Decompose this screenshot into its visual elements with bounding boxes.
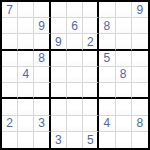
cell-r8c6-empty[interactable] — [83, 116, 99, 132]
cell-r7c4-empty[interactable] — [51, 99, 67, 115]
cell-r1c1-given: 7 — [2, 2, 18, 18]
cell-r6c3-empty[interactable] — [34, 83, 50, 99]
cell-r7c6-empty[interactable] — [83, 99, 99, 115]
cell-r5c4-empty[interactable] — [51, 67, 67, 83]
cell-r8c1-given: 2 — [2, 116, 18, 132]
cell-r2c9-empty[interactable] — [132, 18, 148, 34]
cell-r1c8-empty[interactable] — [116, 2, 132, 18]
cell-r9c2-empty[interactable] — [18, 132, 34, 148]
cell-r4c2-empty[interactable] — [18, 51, 34, 67]
cell-r6c4-empty[interactable] — [51, 83, 67, 99]
cell-r4c8-empty[interactable] — [116, 51, 132, 67]
cell-r7c5-empty[interactable] — [67, 99, 83, 115]
cell-r7c2-empty[interactable] — [18, 99, 34, 115]
cell-r5c5-empty[interactable] — [67, 67, 83, 83]
cell-r2c3-given: 9 — [34, 18, 50, 34]
cell-r3c1-empty[interactable] — [2, 34, 18, 50]
cell-r3c4-given: 9 — [51, 34, 67, 50]
cell-r5c1-empty[interactable] — [2, 67, 18, 83]
cell-r1c5-empty[interactable] — [67, 2, 83, 18]
cell-r1c4-empty[interactable] — [51, 2, 67, 18]
cell-r8c2-empty[interactable] — [18, 116, 34, 132]
cell-r5c7-empty[interactable] — [99, 67, 115, 83]
cell-r2c8-empty[interactable] — [116, 18, 132, 34]
cell-r3c8-empty[interactable] — [116, 34, 132, 50]
cell-r6c7-empty[interactable] — [99, 83, 115, 99]
cell-r9c8-empty[interactable] — [116, 132, 132, 148]
cell-r7c8-empty[interactable] — [116, 99, 132, 115]
cell-r9c7-empty[interactable] — [99, 132, 115, 148]
cell-r2c1-empty[interactable] — [2, 18, 18, 34]
cell-r2c7-given: 8 — [99, 18, 115, 34]
cell-r4c6-empty[interactable] — [83, 51, 99, 67]
cell-r4c9-empty[interactable] — [132, 51, 148, 67]
cell-r4c5-empty[interactable] — [67, 51, 83, 67]
cell-r7c3-empty[interactable] — [34, 99, 50, 115]
cell-r1c3-empty[interactable] — [34, 2, 50, 18]
cell-r4c4-empty[interactable] — [51, 51, 67, 67]
cell-r1c7-empty[interactable] — [99, 2, 115, 18]
cell-r1c6-empty[interactable] — [83, 2, 99, 18]
cell-r9c3-empty[interactable] — [34, 132, 50, 148]
cell-r6c9-empty[interactable] — [132, 83, 148, 99]
cell-r9c5-empty[interactable] — [67, 132, 83, 148]
cell-r5c8-given: 8 — [116, 67, 132, 83]
cell-r6c8-empty[interactable] — [116, 83, 132, 99]
cell-r2c2-empty[interactable] — [18, 18, 34, 34]
cell-r3c7-empty[interactable] — [99, 34, 115, 50]
cell-r9c4-given: 3 — [51, 132, 67, 148]
cell-r2c4-empty[interactable] — [51, 18, 67, 34]
cell-r9c9-empty[interactable] — [132, 132, 148, 148]
cell-r8c9-given: 8 — [132, 116, 148, 132]
cell-r6c2-empty[interactable] — [18, 83, 34, 99]
cell-r2c6-empty[interactable] — [83, 18, 99, 34]
cell-r3c2-empty[interactable] — [18, 34, 34, 50]
cell-r1c9-given: 9 — [132, 2, 148, 18]
cell-r3c5-empty[interactable] — [67, 34, 83, 50]
cell-r8c3-given: 3 — [34, 116, 50, 132]
cell-r5c6-empty[interactable] — [83, 67, 99, 83]
cell-r6c1-empty[interactable] — [2, 83, 18, 99]
cell-r2c5-given: 6 — [67, 18, 83, 34]
cell-r1c2-empty[interactable] — [18, 2, 34, 18]
cell-r3c9-empty[interactable] — [132, 34, 148, 50]
cell-r9c6-given: 5 — [83, 132, 99, 148]
cell-r3c3-empty[interactable] — [34, 34, 50, 50]
cell-r9c1-empty[interactable] — [2, 132, 18, 148]
cell-r7c9-empty[interactable] — [132, 99, 148, 115]
cell-r6c5-empty[interactable] — [67, 83, 83, 99]
cell-r7c1-empty[interactable] — [2, 99, 18, 115]
cell-r8c5-empty[interactable] — [67, 116, 83, 132]
cell-r8c8-empty[interactable] — [116, 116, 132, 132]
sudoku-board: 79968928548234835 — [0, 0, 150, 150]
cell-r4c7-given: 5 — [99, 51, 115, 67]
cell-r8c4-empty[interactable] — [51, 116, 67, 132]
cell-r5c9-empty[interactable] — [132, 67, 148, 83]
cell-r5c3-empty[interactable] — [34, 67, 50, 83]
cell-r4c1-empty[interactable] — [2, 51, 18, 67]
cell-r4c3-given: 8 — [34, 51, 50, 67]
cell-r8c7-given: 4 — [99, 116, 115, 132]
cell-r3c6-given: 2 — [83, 34, 99, 50]
cell-r7c7-empty[interactable] — [99, 99, 115, 115]
cell-r6c6-empty[interactable] — [83, 83, 99, 99]
cell-r5c2-given: 4 — [18, 67, 34, 83]
